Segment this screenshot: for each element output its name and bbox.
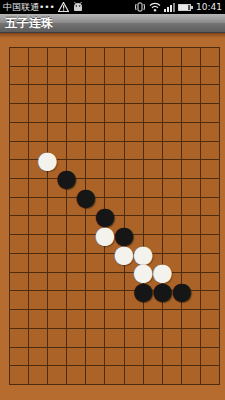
- board-cell[interactable]: [48, 329, 67, 348]
- board-cell[interactable]: [86, 142, 105, 161]
- board-cell[interactable]: [67, 254, 86, 273]
- board-cell[interactable]: [67, 67, 86, 86]
- board-cell[interactable]: [163, 273, 182, 292]
- board-cell[interactable]: [163, 348, 182, 367]
- board-cell[interactable]: [144, 273, 163, 292]
- board-cell[interactable]: [201, 348, 220, 367]
- board-cell[interactable]: [86, 104, 105, 123]
- board-cell[interactable]: [67, 48, 86, 67]
- board-cell[interactable]: [163, 104, 182, 123]
- board-cell[interactable]: [10, 254, 29, 273]
- board-cell[interactable]: [144, 310, 163, 329]
- board-cell[interactable]: [201, 254, 220, 273]
- board-cell[interactable]: [182, 142, 201, 161]
- board-cell[interactable]: [182, 216, 201, 235]
- board-cell[interactable]: [201, 366, 220, 385]
- board-cell[interactable]: [144, 235, 163, 254]
- board-cell[interactable]: [86, 179, 105, 198]
- board-cell[interactable]: [125, 123, 144, 142]
- app-screen: 中国联通••• 10:41 五子连: [0, 0, 225, 400]
- board-cell[interactable]: [105, 216, 124, 235]
- board-cell[interactable]: [67, 104, 86, 123]
- board-cell[interactable]: [163, 329, 182, 348]
- board-cell[interactable]: [86, 235, 105, 254]
- board-cell[interactable]: [105, 291, 124, 310]
- board-cell[interactable]: [86, 67, 105, 86]
- board-cell[interactable]: [163, 198, 182, 217]
- board-cell[interactable]: [86, 348, 105, 367]
- board-cell[interactable]: [67, 123, 86, 142]
- board-cell[interactable]: [163, 310, 182, 329]
- gomoku-board[interactable]: ●●●●●●●●●●●●●: [0, 33, 225, 400]
- board-cell[interactable]: [86, 254, 105, 273]
- board-cell[interactable]: [29, 329, 48, 348]
- board-cell[interactable]: [125, 310, 144, 329]
- board-cell[interactable]: [125, 85, 144, 104]
- board-cell[interactable]: [67, 310, 86, 329]
- board-cell[interactable]: [201, 123, 220, 142]
- board-cell[interactable]: [144, 366, 163, 385]
- board-cell[interactable]: [105, 123, 124, 142]
- board-cell[interactable]: [144, 67, 163, 86]
- board-cell[interactable]: [201, 235, 220, 254]
- board-cell[interactable]: [48, 348, 67, 367]
- board-cell[interactable]: [29, 310, 48, 329]
- board-cell[interactable]: [86, 329, 105, 348]
- board-cell[interactable]: [48, 67, 67, 86]
- board-cell[interactable]: [125, 329, 144, 348]
- board-cell[interactable]: [182, 104, 201, 123]
- board-cell[interactable]: [144, 198, 163, 217]
- board-cell[interactable]: [201, 160, 220, 179]
- board-cell[interactable]: [163, 235, 182, 254]
- board-cell[interactable]: [201, 310, 220, 329]
- board-cell[interactable]: [182, 123, 201, 142]
- board-cell[interactable]: [67, 198, 86, 217]
- board-cell[interactable]: [105, 273, 124, 292]
- board-cell[interactable]: [144, 160, 163, 179]
- board-cell[interactable]: [182, 348, 201, 367]
- board-cell[interactable]: [48, 366, 67, 385]
- board-cell[interactable]: [29, 366, 48, 385]
- board-cell[interactable]: [10, 273, 29, 292]
- board-cell[interactable]: [29, 198, 48, 217]
- board-cell[interactable]: [48, 291, 67, 310]
- android-icon: [72, 2, 84, 12]
- board-cell[interactable]: [144, 48, 163, 67]
- board-cell[interactable]: [10, 348, 29, 367]
- board-cell[interactable]: [182, 329, 201, 348]
- board-cell[interactable]: [105, 104, 124, 123]
- board-cell[interactable]: [29, 179, 48, 198]
- board-cell[interactable]: [86, 48, 105, 67]
- board-cell[interactable]: [125, 142, 144, 161]
- board-cell[interactable]: [125, 198, 144, 217]
- board-cell[interactable]: [182, 85, 201, 104]
- board-cell[interactable]: [163, 67, 182, 86]
- title-bar: 五子连珠: [0, 14, 225, 33]
- board-cell[interactable]: [182, 254, 201, 273]
- board-cell[interactable]: [105, 366, 124, 385]
- board-cell[interactable]: [86, 310, 105, 329]
- board-cell[interactable]: [182, 48, 201, 67]
- board-cell[interactable]: [48, 48, 67, 67]
- board-cell[interactable]: [67, 291, 86, 310]
- board-cell[interactable]: [86, 366, 105, 385]
- board-cell[interactable]: [163, 254, 182, 273]
- board-cell[interactable]: [10, 291, 29, 310]
- board-cell[interactable]: [125, 104, 144, 123]
- board-cell[interactable]: [163, 48, 182, 67]
- board-cell[interactable]: [86, 216, 105, 235]
- board-cell[interactable]: [201, 291, 220, 310]
- board-cell[interactable]: [48, 104, 67, 123]
- board-cell[interactable]: [201, 273, 220, 292]
- board-cell[interactable]: [201, 179, 220, 198]
- warning-icon: [58, 2, 69, 12]
- board-cell[interactable]: [86, 273, 105, 292]
- board-cell[interactable]: [201, 67, 220, 86]
- board-cell[interactable]: [125, 254, 144, 273]
- board-cell[interactable]: [144, 142, 163, 161]
- board-cell[interactable]: [29, 123, 48, 142]
- board-cell[interactable]: [48, 179, 67, 198]
- board-cell[interactable]: [105, 142, 124, 161]
- board-cell[interactable]: [10, 235, 29, 254]
- board-cell[interactable]: [10, 216, 29, 235]
- board-cell[interactable]: [29, 273, 48, 292]
- carrier-label: 中国联通•••: [3, 0, 55, 14]
- vibrate-icon: [134, 2, 146, 12]
- clock-label: 10:41: [196, 0, 222, 14]
- board-cell[interactable]: [105, 85, 124, 104]
- board-cell[interactable]: [48, 160, 67, 179]
- app-title: 五子连珠: [5, 15, 53, 32]
- board-cell[interactable]: [29, 348, 48, 367]
- board-cell[interactable]: [163, 123, 182, 142]
- board-cell[interactable]: [105, 348, 124, 367]
- board-cell[interactable]: [29, 48, 48, 67]
- board-cell[interactable]: [163, 85, 182, 104]
- board-cell[interactable]: [125, 48, 144, 67]
- board-cell[interactable]: [125, 366, 144, 385]
- board-cell[interactable]: [182, 273, 201, 292]
- board-cell[interactable]: [67, 179, 86, 198]
- board-cell[interactable]: [163, 366, 182, 385]
- board-cell[interactable]: [105, 179, 124, 198]
- board-cell[interactable]: [105, 310, 124, 329]
- board-cell[interactable]: [144, 179, 163, 198]
- board-cell[interactable]: [105, 254, 124, 273]
- status-bar: 中国联通••• 10:41: [0, 0, 225, 14]
- wifi-icon: [149, 2, 161, 12]
- board-cell[interactable]: [182, 235, 201, 254]
- board-cell[interactable]: [125, 216, 144, 235]
- board-cell[interactable]: [201, 198, 220, 217]
- board-cell[interactable]: [201, 329, 220, 348]
- board-cell[interactable]: [10, 123, 29, 142]
- board-cell[interactable]: [29, 235, 48, 254]
- board-cell[interactable]: [10, 104, 29, 123]
- board-cell[interactable]: [105, 67, 124, 86]
- board-cell[interactable]: [144, 348, 163, 367]
- board-cell[interactable]: [125, 160, 144, 179]
- board-cell[interactable]: [163, 179, 182, 198]
- board-cell[interactable]: [105, 160, 124, 179]
- board-cell[interactable]: [29, 254, 48, 273]
- board-cell[interactable]: [29, 216, 48, 235]
- board-cell[interactable]: [182, 366, 201, 385]
- board-cell[interactable]: [48, 235, 67, 254]
- board-cell[interactable]: [105, 235, 124, 254]
- board-cell[interactable]: [29, 160, 48, 179]
- board-cell[interactable]: [125, 235, 144, 254]
- board-cell[interactable]: [144, 85, 163, 104]
- board-cell[interactable]: [144, 329, 163, 348]
- board-cell[interactable]: [182, 67, 201, 86]
- board-cell[interactable]: [86, 123, 105, 142]
- board-cell[interactable]: [10, 142, 29, 161]
- board-cell[interactable]: [48, 310, 67, 329]
- board-cell[interactable]: [86, 160, 105, 179]
- board-cell[interactable]: [163, 291, 182, 310]
- board-cell[interactable]: [29, 142, 48, 161]
- board-cell[interactable]: [163, 216, 182, 235]
- board-cell[interactable]: [10, 160, 29, 179]
- board-cell[interactable]: [67, 142, 86, 161]
- board-cell[interactable]: [10, 85, 29, 104]
- board-cell[interactable]: [67, 216, 86, 235]
- board-cell[interactable]: [125, 179, 144, 198]
- board-grid[interactable]: [9, 47, 220, 385]
- board-cell[interactable]: [67, 85, 86, 104]
- board-cell[interactable]: [86, 85, 105, 104]
- board-cell[interactable]: [201, 216, 220, 235]
- board-cell[interactable]: [48, 123, 67, 142]
- board-cell[interactable]: [201, 48, 220, 67]
- board-cell[interactable]: [48, 254, 67, 273]
- board-cell[interactable]: [201, 104, 220, 123]
- board-cell[interactable]: [163, 160, 182, 179]
- board-cell[interactable]: [86, 198, 105, 217]
- board-cell[interactable]: [144, 216, 163, 235]
- board-cell[interactable]: [10, 329, 29, 348]
- board-cell[interactable]: [29, 291, 48, 310]
- board-cell[interactable]: [48, 216, 67, 235]
- board-cell[interactable]: [29, 67, 48, 86]
- board-cell[interactable]: [86, 291, 105, 310]
- board-cell[interactable]: [182, 310, 201, 329]
- board-cell[interactable]: [10, 310, 29, 329]
- board-cell[interactable]: [67, 348, 86, 367]
- board-cell[interactable]: [163, 142, 182, 161]
- board-cell[interactable]: [125, 348, 144, 367]
- board-cell[interactable]: [67, 160, 86, 179]
- board-cell[interactable]: [48, 85, 67, 104]
- board-cell[interactable]: [10, 366, 29, 385]
- board-cell[interactable]: [182, 198, 201, 217]
- board-cell[interactable]: [144, 104, 163, 123]
- board-cell[interactable]: [67, 366, 86, 385]
- board-cell[interactable]: [67, 329, 86, 348]
- board-cell[interactable]: [144, 291, 163, 310]
- board-cell[interactable]: [10, 48, 29, 67]
- board-cell[interactable]: [10, 67, 29, 86]
- board-cell[interactable]: [67, 235, 86, 254]
- board-cell[interactable]: [182, 291, 201, 310]
- board-cell[interactable]: [10, 179, 29, 198]
- board-cell[interactable]: [105, 198, 124, 217]
- board-cell[interactable]: [201, 142, 220, 161]
- board-cell[interactable]: [201, 85, 220, 104]
- signal-icon: [164, 3, 175, 12]
- board-cell[interactable]: [105, 329, 124, 348]
- board-cell[interactable]: [29, 104, 48, 123]
- board-cell[interactable]: [105, 48, 124, 67]
- board-cell[interactable]: [48, 142, 67, 161]
- board-cell[interactable]: [144, 123, 163, 142]
- board-cell[interactable]: [182, 179, 201, 198]
- battery-icon: [178, 4, 191, 11]
- board-cell[interactable]: [125, 291, 144, 310]
- board-cell[interactable]: [67, 273, 86, 292]
- board-cell[interactable]: [125, 67, 144, 86]
- board-cell[interactable]: [29, 85, 48, 104]
- board-cell[interactable]: [182, 160, 201, 179]
- board-cell[interactable]: [10, 198, 29, 217]
- board-cell[interactable]: [125, 273, 144, 292]
- board-cell[interactable]: [48, 273, 67, 292]
- board-cell[interactable]: [48, 198, 67, 217]
- board-cell[interactable]: [144, 254, 163, 273]
